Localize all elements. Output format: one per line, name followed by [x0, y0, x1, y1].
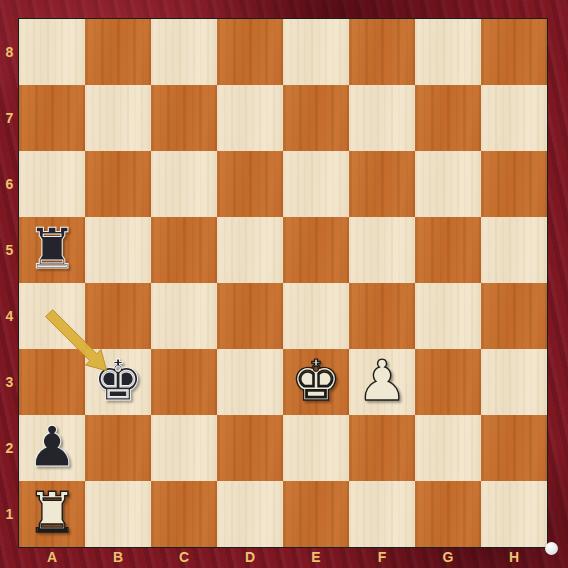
square-e3[interactable]: ♚: [283, 349, 349, 415]
square-g4[interactable]: [415, 283, 481, 349]
piece-black-rook-a5[interactable]: ♜: [19, 217, 85, 283]
file-label-F: F: [349, 547, 415, 568]
square-b1[interactable]: [85, 481, 151, 547]
file-label-H: H: [481, 547, 547, 568]
square-f7[interactable]: [349, 85, 415, 151]
square-g8[interactable]: [415, 19, 481, 85]
square-d8[interactable]: [217, 19, 283, 85]
rank-label-4: 4: [0, 283, 19, 349]
square-e7[interactable]: [283, 85, 349, 151]
square-b7[interactable]: [85, 85, 151, 151]
square-e6[interactable]: [283, 151, 349, 217]
square-g7[interactable]: [415, 85, 481, 151]
square-h6[interactable]: [481, 151, 547, 217]
square-c5[interactable]: [151, 217, 217, 283]
square-b3[interactable]: ♚: [85, 349, 151, 415]
square-f4[interactable]: [349, 283, 415, 349]
square-e4[interactable]: [283, 283, 349, 349]
square-b8[interactable]: [85, 19, 151, 85]
file-label-E: E: [283, 547, 349, 568]
square-a2[interactable]: ♟: [19, 415, 85, 481]
square-c4[interactable]: [151, 283, 217, 349]
square-g1[interactable]: [415, 481, 481, 547]
square-c2[interactable]: [151, 415, 217, 481]
piece-white-pawn-f3[interactable]: ♟: [349, 349, 415, 415]
square-d5[interactable]: [217, 217, 283, 283]
square-e8[interactable]: [283, 19, 349, 85]
square-b5[interactable]: [85, 217, 151, 283]
square-b6[interactable]: [85, 151, 151, 217]
square-e5[interactable]: [283, 217, 349, 283]
square-a8[interactable]: [19, 19, 85, 85]
square-b4[interactable]: [85, 283, 151, 349]
square-g6[interactable]: [415, 151, 481, 217]
rank-label-5: 5: [0, 217, 19, 283]
square-a7[interactable]: [19, 85, 85, 151]
square-f8[interactable]: [349, 19, 415, 85]
square-d1[interactable]: [217, 481, 283, 547]
square-d7[interactable]: [217, 85, 283, 151]
square-a1[interactable]: ♜: [19, 481, 85, 547]
square-c6[interactable]: [151, 151, 217, 217]
square-d6[interactable]: [217, 151, 283, 217]
square-a6[interactable]: [19, 151, 85, 217]
file-label-B: B: [85, 547, 151, 568]
piece-white-king-e3[interactable]: ♚: [283, 349, 349, 415]
square-f2[interactable]: [349, 415, 415, 481]
piece-white-rook-a1[interactable]: ♜: [19, 481, 85, 547]
square-h3[interactable]: [481, 349, 547, 415]
file-label-D: D: [217, 547, 283, 568]
square-f6[interactable]: [349, 151, 415, 217]
chess-board: ♜♚♚♟♟♜: [19, 19, 547, 547]
square-f1[interactable]: [349, 481, 415, 547]
square-c8[interactable]: [151, 19, 217, 85]
square-d3[interactable]: [217, 349, 283, 415]
square-d4[interactable]: [217, 283, 283, 349]
chess-board-frame: ♜♚♚♟♟♜ 87654321ABCDEFGH: [0, 0, 568, 568]
rank-label-1: 1: [0, 481, 19, 547]
square-a5[interactable]: ♜: [19, 217, 85, 283]
rank-label-8: 8: [0, 19, 19, 85]
square-h1[interactable]: [481, 481, 547, 547]
rank-label-3: 3: [0, 349, 19, 415]
square-h7[interactable]: [481, 85, 547, 151]
square-a4[interactable]: [19, 283, 85, 349]
square-g2[interactable]: [415, 415, 481, 481]
square-b2[interactable]: [85, 415, 151, 481]
square-a3[interactable]: [19, 349, 85, 415]
square-e1[interactable]: [283, 481, 349, 547]
square-h4[interactable]: [481, 283, 547, 349]
file-label-A: A: [19, 547, 85, 568]
square-h5[interactable]: [481, 217, 547, 283]
rank-label-7: 7: [0, 85, 19, 151]
file-label-G: G: [415, 547, 481, 568]
square-h8[interactable]: [481, 19, 547, 85]
rank-label-6: 6: [0, 151, 19, 217]
piece-black-pawn-a2[interactable]: ♟: [19, 415, 85, 481]
square-h2[interactable]: [481, 415, 547, 481]
square-g5[interactable]: [415, 217, 481, 283]
square-e2[interactable]: [283, 415, 349, 481]
square-d2[interactable]: [217, 415, 283, 481]
square-c7[interactable]: [151, 85, 217, 151]
square-g3[interactable]: [415, 349, 481, 415]
rank-label-2: 2: [0, 415, 19, 481]
file-label-C: C: [151, 547, 217, 568]
square-f5[interactable]: [349, 217, 415, 283]
square-f3[interactable]: ♟: [349, 349, 415, 415]
square-c1[interactable]: [151, 481, 217, 547]
square-c3[interactable]: [151, 349, 217, 415]
piece-black-king-b3[interactable]: ♚: [85, 349, 151, 415]
